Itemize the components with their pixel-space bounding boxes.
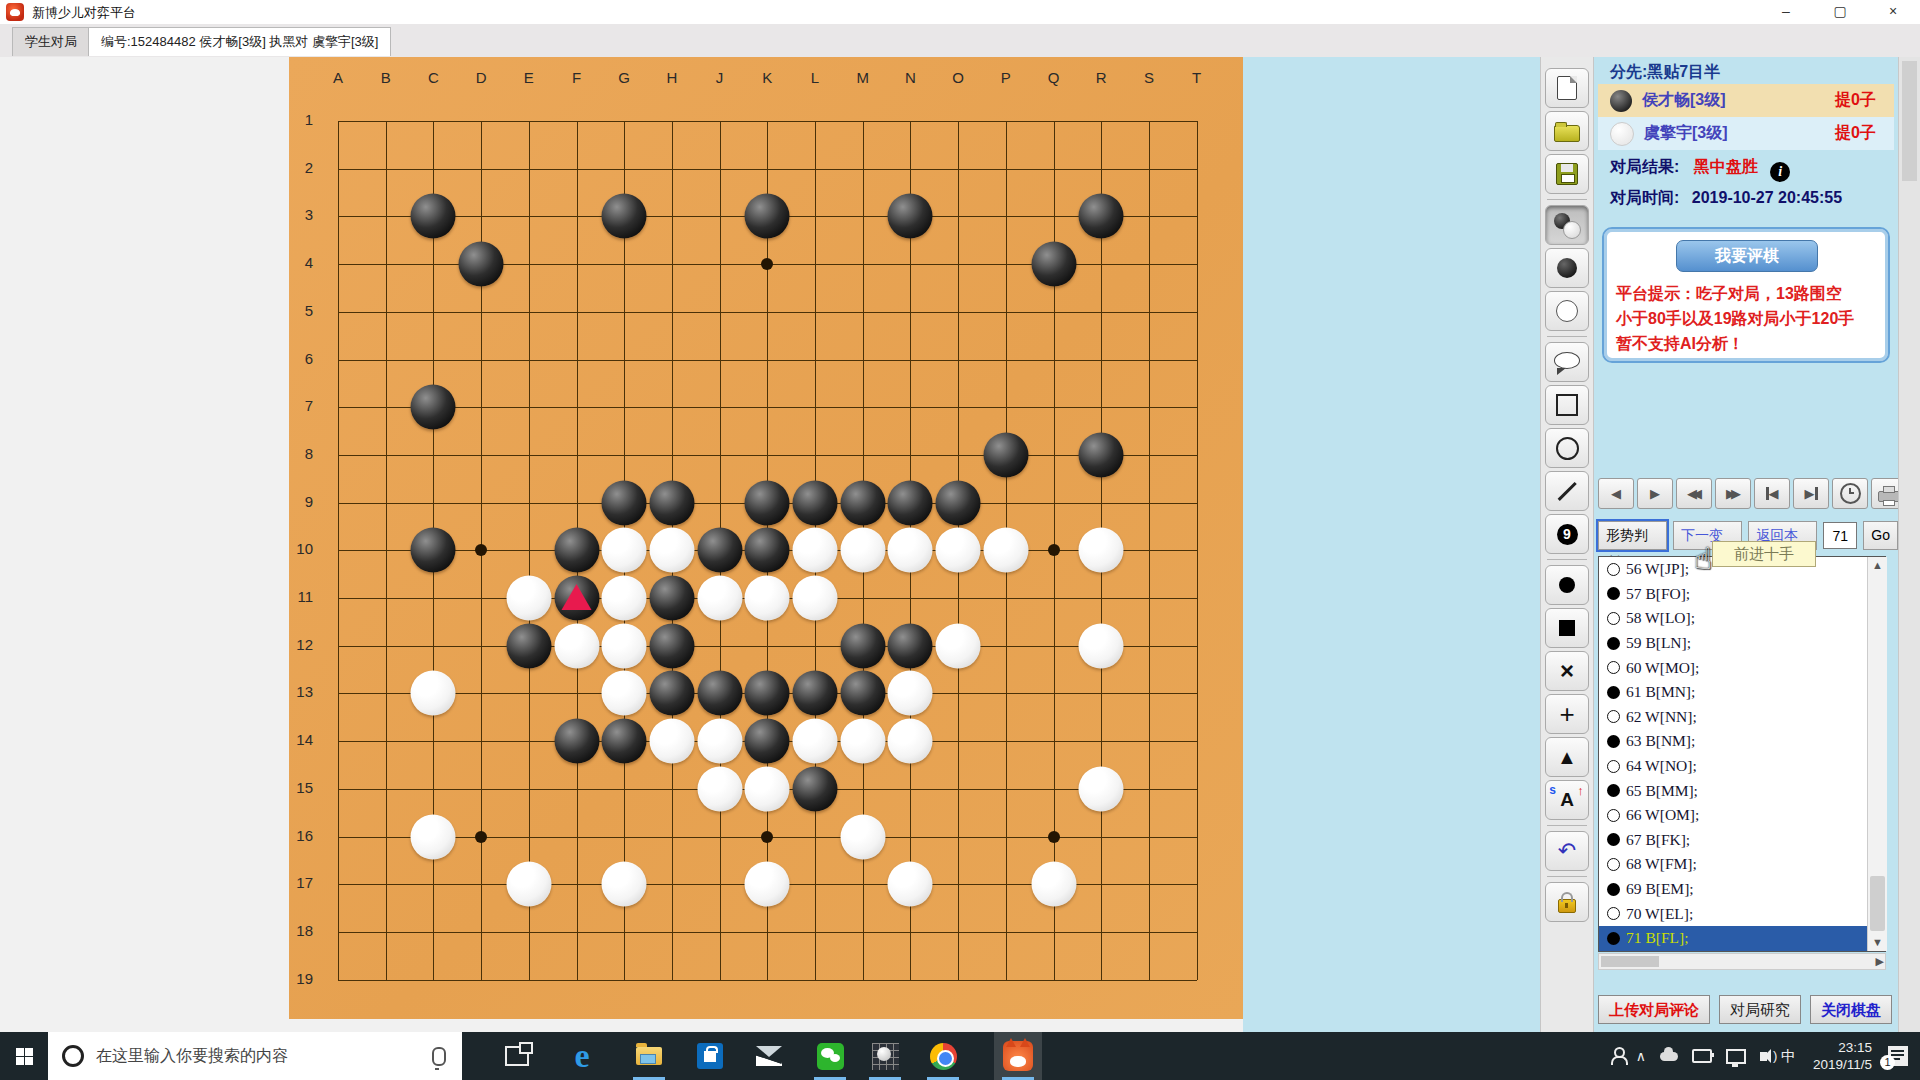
column-label-M: M	[848, 69, 878, 86]
white-stone-R12	[1079, 623, 1124, 668]
xinbo-app-button[interactable]	[994, 1032, 1042, 1080]
taskbar-clock[interactable]: 23:15 2019/11/5	[1813, 1039, 1872, 1073]
black-stone-P8	[983, 432, 1028, 477]
onedrive-icon[interactable]	[1660, 1052, 1678, 1061]
star-point-D16	[475, 831, 487, 843]
row-label-5: 5	[289, 302, 313, 322]
toolbar-open-folder-icon[interactable]	[1545, 111, 1589, 151]
panel-scroll-thumb[interactable]	[1902, 61, 1917, 181]
black-stone-M9	[840, 480, 885, 525]
move-item-64[interactable]: 64 W[NO];	[1599, 754, 1885, 779]
white-stone-P10	[983, 528, 1028, 573]
row-label-16: 16	[289, 827, 313, 847]
white-stone-F12	[554, 623, 599, 668]
title-bar: 新博少儿对弈平台 – ▢ ×	[0, 0, 1920, 25]
row-label-18: 18	[289, 922, 313, 942]
scroll-up-icon[interactable]: ▲	[1868, 557, 1887, 574]
white-stone-C13	[411, 671, 456, 716]
black-stone-H9	[649, 480, 694, 525]
column-label-S: S	[1134, 69, 1164, 86]
white-stone-J11	[697, 576, 742, 621]
time-value: 2019-10-27 20:45:55	[1692, 189, 1842, 206]
column-label-Q: Q	[1039, 69, 1069, 86]
bottom-button-1[interactable]: 对局研究	[1719, 995, 1801, 1024]
windows-logo-icon	[16, 1048, 33, 1065]
white-move-icon	[1607, 858, 1620, 871]
black-stone-K9	[745, 480, 790, 525]
black-stone-icon	[1610, 90, 1632, 112]
tab-bar: 学生对局 编号:152484482 侯才畅[3级] 执黑对 虞擎宇[3级]	[0, 24, 1920, 59]
black-stone-R8	[1079, 432, 1124, 477]
white-stone-G10	[602, 528, 647, 573]
chrome-icon	[930, 1043, 957, 1070]
task-view-button[interactable]	[493, 1032, 541, 1080]
white-stone-H10	[649, 528, 694, 573]
chrome-button[interactable]	[919, 1032, 967, 1080]
start-button[interactable]	[0, 1032, 48, 1080]
row-label-10: 10	[289, 540, 313, 560]
black-stone-F14	[554, 719, 599, 764]
main-content: ABCDEFGHJKLMNOPQRST123456789101112131415…	[0, 57, 1920, 1032]
row-label-1: 1	[289, 111, 313, 131]
row-label-3: 3	[289, 206, 313, 226]
microphone-icon[interactable]	[432, 1047, 446, 1066]
black-stone-K10	[745, 528, 790, 573]
taskbar-search[interactable]: 在这里输入你要搜索的内容	[48, 1032, 462, 1080]
row-label-15: 15	[289, 779, 313, 799]
star-point-K16	[761, 831, 773, 843]
black-stone-N12	[888, 623, 933, 668]
hscroll-thumb[interactable]	[1601, 956, 1659, 967]
bottom-button-0[interactable]: 上传对局评论	[1598, 995, 1710, 1024]
white-stone-L11	[793, 576, 838, 621]
black-move-icon	[1607, 883, 1620, 896]
row-label-17: 17	[289, 874, 313, 894]
row-label-7: 7	[289, 397, 313, 417]
toolbar-label-mark-icon[interactable]: sA↑	[1545, 780, 1589, 820]
black-stone-H11	[649, 576, 694, 621]
request-review-button[interactable]: 我要评棋	[1676, 240, 1818, 272]
move-item-69[interactable]: 69 B[EM];	[1599, 877, 1885, 902]
app-logo-icon	[6, 3, 24, 21]
application-window: 新博少儿对弈平台 – ▢ × 学生对局 编号:152484482 侯才畅[3级]…	[0, 0, 1920, 1080]
system-tray: ∧ 中 23:15 2019/11/5 1	[1605, 1032, 1920, 1080]
row-label-8: 8	[289, 445, 313, 465]
move-item-66[interactable]: 66 W[OM];	[1599, 803, 1885, 828]
toolbar-undo-icon[interactable]: ↶	[1545, 831, 1589, 871]
toolbar-alternate-stones-icon[interactable]	[1545, 205, 1589, 245]
nav-step-forward-button[interactable]: ▶	[1637, 478, 1673, 509]
black-stone-J13	[697, 671, 742, 716]
move-list[interactable]: ▲ ▼ 56 W[JP];57 B[FO];58 W[LO];59 B[LN];…	[1598, 556, 1886, 952]
white-stone-Q17	[1031, 862, 1076, 907]
bottom-button-2[interactable]: 关闭棋盘	[1810, 995, 1892, 1024]
white-stone-G17	[602, 862, 647, 907]
column-label-G: G	[609, 69, 639, 86]
white-stone-E17	[506, 862, 551, 907]
star-point-Q10	[1048, 544, 1060, 556]
go-app-button[interactable]	[861, 1032, 909, 1080]
white-stone-icon	[1610, 122, 1634, 146]
move-item-67[interactable]: 67 B[FK];	[1599, 828, 1885, 853]
toolbar-black-stone-icon[interactable]	[1545, 248, 1589, 288]
row-label-4: 4	[289, 254, 313, 274]
task-view-icon	[505, 1046, 529, 1066]
row-label-11: 11	[289, 588, 313, 608]
cortana-icon	[62, 1045, 84, 1067]
white-stone-J14	[697, 719, 742, 764]
last-move-marker	[562, 583, 592, 609]
white-stone-R15	[1079, 766, 1124, 811]
row-label-13: 13	[289, 683, 313, 703]
column-label-F: F	[562, 69, 592, 86]
result-value: 黑中盘胜	[1694, 158, 1758, 175]
result-label: 对局结果:	[1610, 158, 1679, 175]
row-label-19: 19	[289, 970, 313, 990]
mail-icon	[756, 1046, 782, 1066]
edit-toolbar: 9×+▲sA↑↶	[1540, 57, 1594, 1032]
white-stone-G13	[602, 671, 647, 716]
white-stone-M16	[840, 814, 885, 859]
black-stone-H13	[649, 671, 694, 716]
black-stone-M13	[840, 671, 885, 716]
white-stone-K17	[745, 862, 790, 907]
wechat-button[interactable]	[806, 1032, 854, 1080]
black-stone-K3	[745, 194, 790, 239]
nav-forward-ten-button[interactable]: ▶▶	[1715, 478, 1751, 509]
white-stone-O12	[936, 623, 981, 668]
bottom-buttons: 上传对局评论对局研究关闭棋盘	[1598, 995, 1892, 1024]
toolbar-x-mark-icon[interactable]: ×	[1545, 651, 1589, 691]
situation-judge-button[interactable]: 形势判断	[1598, 521, 1667, 550]
black-stone-K14	[745, 719, 790, 764]
white-player-row: 虞擎宇[3级] 提0子	[1598, 117, 1894, 150]
white-move-icon	[1607, 661, 1620, 674]
toolbar-new-file-icon[interactable]	[1545, 68, 1589, 108]
white-move-icon	[1607, 612, 1620, 625]
nav-to-end-button[interactable]: ▶	[1793, 478, 1829, 509]
maximize-button[interactable]: ▢	[1814, 0, 1866, 23]
platform-notice: 平台提示：吃子对局，13路围空 小于80手以及19路对局小于120手 暂不支持A…	[1616, 281, 1878, 356]
nav-back-ten-button[interactable]: ◀◀	[1676, 478, 1712, 509]
panel-vertical-scrollbar[interactable]	[1898, 57, 1920, 1032]
hidden-icons-chevron[interactable]: ∧	[1636, 1048, 1646, 1064]
toolbar-dot-mark-icon[interactable]	[1545, 565, 1589, 605]
black-move-icon	[1607, 686, 1620, 699]
move-item-71[interactable]: 71 B[FL];	[1599, 926, 1885, 951]
column-label-C: C	[418, 69, 448, 86]
star-point-D10	[475, 544, 487, 556]
white-stone-N14	[888, 719, 933, 764]
white-stone-E11	[506, 576, 551, 621]
toolbar-line-mark-icon[interactable]	[1545, 471, 1589, 511]
row-label-14: 14	[289, 731, 313, 751]
store-button[interactable]	[686, 1032, 734, 1080]
white-move-icon	[1607, 760, 1620, 773]
row-label-9: 9	[289, 493, 313, 513]
navigation-buttons: ◀▶◀◀▶▶◀▶	[1598, 478, 1907, 509]
row-label-6: 6	[289, 350, 313, 370]
star-point-Q16	[1048, 831, 1060, 843]
white-stone-G12	[602, 623, 647, 668]
white-stone-N10	[888, 528, 933, 573]
store-icon	[697, 1043, 723, 1069]
black-stone-H12	[649, 623, 694, 668]
edge-icon: e	[574, 1037, 589, 1075]
black-move-icon	[1607, 735, 1620, 748]
toolbar-comment-icon[interactable]	[1545, 342, 1589, 382]
white-stone-K15	[745, 766, 790, 811]
black-stone-G3	[602, 194, 647, 239]
white-move-icon	[1607, 907, 1620, 920]
white-stone-C16	[411, 814, 456, 859]
black-stone-O9	[936, 480, 981, 525]
tab-student-games[interactable]: 学生对局	[12, 27, 90, 56]
move-list-scrollbar[interactable]: ▲ ▼	[1867, 557, 1887, 951]
scroll-down-icon[interactable]: ▼	[1868, 934, 1887, 951]
black-stone-K13	[745, 671, 790, 716]
white-stone-J15	[697, 766, 742, 811]
column-label-K: K	[752, 69, 782, 86]
toolbar-number-mark-icon[interactable]: 9	[1545, 514, 1589, 554]
input-method-indicator[interactable]: 中	[1781, 1047, 1796, 1066]
clock-time: 23:15	[1813, 1039, 1872, 1056]
column-label-E: E	[514, 69, 544, 86]
column-label-J: J	[705, 69, 735, 86]
black-stone-F11	[554, 576, 599, 621]
result-row: 对局结果: 黑中盘胜 i	[1610, 157, 1790, 182]
row-label-2: 2	[289, 159, 313, 179]
game-info-panel: 分先:黑贴7目半 侯才畅[3级] 提0子 虞擎宇[3级] 提0子 对局结果: 黑…	[1596, 57, 1898, 1032]
toolbar-filled-square-icon[interactable]	[1545, 608, 1589, 648]
move-number-input[interactable]	[1823, 522, 1857, 549]
nav-clock-button[interactable]	[1832, 478, 1868, 509]
white-stone-M10	[840, 528, 885, 573]
black-move-icon	[1607, 637, 1620, 650]
move-list-hscrollbar[interactable]: ▶	[1598, 953, 1886, 970]
column-label-H: H	[657, 69, 687, 86]
row-label-12: 12	[289, 636, 313, 656]
move-item-57[interactable]: 57 B[FO];	[1599, 582, 1885, 607]
mail-button[interactable]	[745, 1032, 793, 1080]
forward-ten-tooltip: 前进十手	[1712, 541, 1816, 567]
wechat-icon	[817, 1043, 844, 1070]
black-stone-C7	[411, 385, 456, 430]
toolbar-plus-mark-icon[interactable]: +	[1545, 694, 1589, 734]
volume-icon[interactable]	[1760, 1052, 1767, 1061]
edge-button[interactable]: e	[558, 1032, 606, 1080]
tab-current-game[interactable]: 编号:152484482 侯才畅[3级] 执黑对 虞擎宇[3级]	[88, 27, 391, 56]
black-stone-N3	[888, 194, 933, 239]
black-stone-E12	[506, 623, 551, 668]
komi-header: 分先:黑贴7目半	[1610, 62, 1720, 83]
black-stone-L15	[793, 766, 838, 811]
move-item-65[interactable]: 65 B[MM];	[1599, 778, 1885, 803]
window-title: 新博少儿对弈平台	[32, 4, 136, 22]
search-placeholder: 在这里输入你要搜索的内容	[96, 1046, 432, 1067]
notification-badge: 1	[1880, 1055, 1895, 1070]
mouse-cursor: ☝	[1694, 541, 1712, 576]
column-label-B: B	[371, 69, 401, 86]
white-stone-R10	[1079, 528, 1124, 573]
move-item-68[interactable]: 68 W[FM];	[1599, 852, 1885, 877]
clock-date: 2019/11/5	[1813, 1056, 1872, 1073]
white-stone-M14	[840, 719, 885, 764]
black-player-row: 侯才畅[3级] 提0子	[1598, 84, 1894, 117]
white-move-icon	[1607, 563, 1620, 576]
black-move-icon	[1607, 784, 1620, 797]
move-item-58[interactable]: 58 W[LO];	[1599, 606, 1885, 631]
black-move-icon	[1607, 587, 1620, 600]
go-board[interactable]: ABCDEFGHJKLMNOPQRST123456789101112131415…	[289, 57, 1243, 1019]
black-stone-Q4	[1031, 242, 1076, 287]
move-item-61[interactable]: 61 B[MN];	[1599, 680, 1885, 705]
nav-to-start-button[interactable]: ◀	[1754, 478, 1790, 509]
black-move-icon	[1607, 833, 1620, 846]
white-stone-L10	[793, 528, 838, 573]
white-captures: 提0子	[1835, 123, 1876, 144]
move-item-62[interactable]: 62 W[NN];	[1599, 705, 1885, 730]
column-label-T: T	[1182, 69, 1212, 86]
column-label-R: R	[1086, 69, 1116, 86]
ai-analysis-box: 我要评棋 平台提示：吃子对局，13路围空 小于80手以及19路对局小于120手 …	[1602, 227, 1890, 363]
black-stone-L13	[793, 671, 838, 716]
black-stone-C10	[411, 528, 456, 573]
time-label: 对局时间:	[1610, 189, 1679, 206]
black-stone-M12	[840, 623, 885, 668]
move-item-70[interactable]: 70 W[EL];	[1599, 901, 1885, 926]
scroll-right-icon[interactable]: ▶	[1876, 954, 1884, 969]
column-label-N: N	[895, 69, 925, 86]
people-icon[interactable]	[1612, 1051, 1622, 1061]
black-stone-J10	[697, 528, 742, 573]
white-stone-G11	[602, 576, 647, 621]
column-label-L: L	[800, 69, 830, 86]
white-stone-L14	[793, 719, 838, 764]
black-stone-C3	[411, 194, 456, 239]
toolbar-square-mark-icon[interactable]	[1545, 385, 1589, 425]
go-button[interactable]: Go	[1863, 521, 1898, 550]
toolbar-lock-icon[interactable]	[1545, 882, 1589, 922]
white-stone-N13	[888, 671, 933, 716]
close-button[interactable]: ×	[1866, 0, 1920, 23]
black-stone-D4	[459, 242, 504, 287]
fox-mascot-icon	[1003, 1041, 1033, 1071]
column-label-O: O	[943, 69, 973, 86]
nav-step-back-button[interactable]: ◀	[1598, 478, 1634, 509]
minimize-button[interactable]: –	[1760, 0, 1812, 23]
white-stone-K11	[745, 576, 790, 621]
go-app-icon	[872, 1043, 899, 1070]
toolbar-circle-mark-icon[interactable]	[1545, 428, 1589, 468]
black-stone-R3	[1079, 194, 1124, 239]
file-explorer-button[interactable]	[625, 1032, 673, 1080]
white-stone-O10	[936, 528, 981, 573]
black-stone-G14	[602, 719, 647, 764]
move-item-59[interactable]: 59 B[LN];	[1599, 631, 1885, 656]
star-point-K4	[761, 258, 773, 270]
time-row: 对局时间: 2019-10-27 20:45:55	[1610, 188, 1842, 209]
move-item-60[interactable]: 60 W[MO];	[1599, 655, 1885, 680]
black-stone-N9	[888, 480, 933, 525]
network-icon[interactable]	[1726, 1049, 1746, 1064]
info-icon[interactable]: i	[1770, 162, 1790, 182]
toolbar-white-stone-icon[interactable]	[1545, 291, 1589, 331]
action-center-icon[interactable]: 1	[1888, 1046, 1908, 1066]
battery-icon[interactable]	[1692, 1049, 1712, 1063]
white-stone-H14	[649, 719, 694, 764]
black-move-icon	[1607, 932, 1620, 945]
column-label-P: P	[991, 69, 1021, 86]
column-label-D: D	[466, 69, 496, 86]
white-move-icon	[1607, 809, 1620, 822]
folder-icon	[636, 1047, 662, 1065]
white-move-icon	[1607, 710, 1620, 723]
scroll-thumb[interactable]	[1870, 876, 1885, 931]
black-stone-L9	[793, 480, 838, 525]
black-captures: 提0子	[1835, 90, 1876, 111]
move-item-63[interactable]: 63 B[NM];	[1599, 729, 1885, 754]
black-player-name: 侯才畅[3级]	[1642, 90, 1835, 111]
windows-taskbar: 在这里输入你要搜索的内容 e ∧ 中 23:15 2019/11/5	[0, 1032, 1920, 1080]
white-stone-N17	[888, 862, 933, 907]
black-stone-G9	[602, 480, 647, 525]
black-stone-F10	[554, 528, 599, 573]
white-player-name: 虞擎宇[3级]	[1644, 123, 1835, 144]
toolbar-triangle-mark-icon[interactable]: ▲	[1545, 737, 1589, 777]
column-label-A: A	[323, 69, 353, 86]
toolbar-save-icon[interactable]	[1545, 154, 1589, 194]
